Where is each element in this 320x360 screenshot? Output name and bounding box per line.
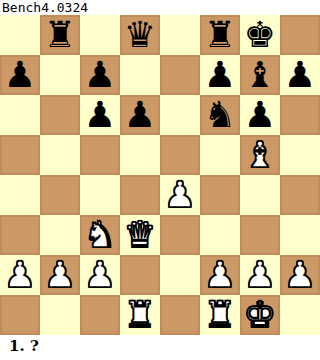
- square-h3[interactable]: [280, 215, 320, 255]
- square-g5[interactable]: ♝: [240, 135, 280, 175]
- piece-black-rook[interactable]: ♜: [44, 15, 76, 55]
- square-a5[interactable]: [0, 135, 40, 175]
- square-f4[interactable]: [200, 175, 240, 215]
- square-d2[interactable]: [120, 255, 160, 295]
- square-g1[interactable]: ♚: [240, 295, 280, 335]
- move-prompt: 1. ?: [0, 335, 320, 360]
- square-c4[interactable]: [80, 175, 120, 215]
- piece-white-pawn[interactable]: ♟: [244, 255, 276, 295]
- piece-black-pawn[interactable]: ♟: [84, 95, 116, 135]
- square-b5[interactable]: [40, 135, 80, 175]
- square-c8[interactable]: [80, 15, 120, 55]
- square-b2[interactable]: ♟: [40, 255, 80, 295]
- square-h7[interactable]: ♟: [280, 55, 320, 95]
- square-c1[interactable]: [80, 295, 120, 335]
- square-e3[interactable]: [160, 215, 200, 255]
- square-d1[interactable]: ♜: [120, 295, 160, 335]
- piece-black-pawn[interactable]: ♟: [284, 55, 316, 95]
- square-e7[interactable]: [160, 55, 200, 95]
- square-g4[interactable]: [240, 175, 280, 215]
- square-g3[interactable]: [240, 215, 280, 255]
- square-b3[interactable]: [40, 215, 80, 255]
- square-c5[interactable]: [80, 135, 120, 175]
- square-f3[interactable]: [200, 215, 240, 255]
- square-a1[interactable]: [0, 295, 40, 335]
- piece-black-knight[interactable]: ♞: [204, 95, 236, 135]
- square-h6[interactable]: [280, 95, 320, 135]
- piece-white-pawn[interactable]: ♟: [284, 255, 316, 295]
- square-a8[interactable]: [0, 15, 40, 55]
- piece-white-bishop[interactable]: ♝: [244, 135, 276, 175]
- square-e5[interactable]: [160, 135, 200, 175]
- chess-app-window: Bench4.0324 ♜♛♜♚♟♟♟♝♟♟♟♞♟♝♟♞♛♟♟♟♟♟♟♜♜♚ 1…: [0, 0, 320, 360]
- square-c2[interactable]: ♟: [80, 255, 120, 295]
- piece-black-pawn[interactable]: ♟: [204, 55, 236, 95]
- piece-white-pawn[interactable]: ♟: [4, 255, 36, 295]
- piece-white-pawn[interactable]: ♟: [44, 255, 76, 295]
- square-d6[interactable]: ♟: [120, 95, 160, 135]
- square-f8[interactable]: ♜: [200, 15, 240, 55]
- square-f1[interactable]: ♜: [200, 295, 240, 335]
- square-h2[interactable]: ♟: [280, 255, 320, 295]
- square-f5[interactable]: [200, 135, 240, 175]
- square-b8[interactable]: ♜: [40, 15, 80, 55]
- square-c3[interactable]: ♞: [80, 215, 120, 255]
- square-a2[interactable]: ♟: [0, 255, 40, 295]
- piece-white-pawn[interactable]: ♟: [164, 175, 196, 215]
- square-b1[interactable]: [40, 295, 80, 335]
- chess-board: ♜♛♜♚♟♟♟♝♟♟♟♞♟♝♟♞♛♟♟♟♟♟♟♜♜♚: [0, 15, 320, 335]
- square-f7[interactable]: ♟: [200, 55, 240, 95]
- square-c6[interactable]: ♟: [80, 95, 120, 135]
- square-d4[interactable]: [120, 175, 160, 215]
- square-h5[interactable]: [280, 135, 320, 175]
- piece-white-rook[interactable]: ♜: [124, 295, 156, 335]
- piece-black-king[interactable]: ♚: [244, 15, 276, 55]
- window-title: Bench4.0324: [0, 0, 320, 15]
- piece-black-bishop[interactable]: ♝: [244, 55, 276, 95]
- square-e4[interactable]: ♟: [160, 175, 200, 215]
- piece-white-knight[interactable]: ♞: [84, 215, 116, 255]
- square-c7[interactable]: ♟: [80, 55, 120, 95]
- square-f6[interactable]: ♞: [200, 95, 240, 135]
- square-e1[interactable]: [160, 295, 200, 335]
- square-g7[interactable]: ♝: [240, 55, 280, 95]
- square-d8[interactable]: ♛: [120, 15, 160, 55]
- square-a3[interactable]: [0, 215, 40, 255]
- square-g8[interactable]: ♚: [240, 15, 280, 55]
- square-d3[interactable]: ♛: [120, 215, 160, 255]
- piece-white-queen[interactable]: ♛: [124, 215, 156, 255]
- piece-black-pawn[interactable]: ♟: [124, 95, 156, 135]
- square-h1[interactable]: [280, 295, 320, 335]
- square-a6[interactable]: [0, 95, 40, 135]
- piece-black-rook[interactable]: ♜: [204, 15, 236, 55]
- piece-black-pawn[interactable]: ♟: [4, 55, 36, 95]
- square-e8[interactable]: [160, 15, 200, 55]
- square-e6[interactable]: [160, 95, 200, 135]
- square-g2[interactable]: ♟: [240, 255, 280, 295]
- piece-black-pawn[interactable]: ♟: [84, 55, 116, 95]
- square-b6[interactable]: [40, 95, 80, 135]
- square-h4[interactable]: [280, 175, 320, 215]
- square-a7[interactable]: ♟: [0, 55, 40, 95]
- square-b7[interactable]: [40, 55, 80, 95]
- square-d5[interactable]: [120, 135, 160, 175]
- piece-white-pawn[interactable]: ♟: [84, 255, 116, 295]
- square-b4[interactable]: [40, 175, 80, 215]
- square-h8[interactable]: [280, 15, 320, 55]
- square-d7[interactable]: [120, 55, 160, 95]
- square-e2[interactable]: [160, 255, 200, 295]
- square-a4[interactable]: [0, 175, 40, 215]
- square-f2[interactable]: ♟: [200, 255, 240, 295]
- piece-white-king[interactable]: ♚: [244, 295, 276, 335]
- piece-white-pawn[interactable]: ♟: [204, 255, 236, 295]
- square-g6[interactable]: ♟: [240, 95, 280, 135]
- piece-black-pawn[interactable]: ♟: [244, 95, 276, 135]
- piece-white-rook[interactable]: ♜: [204, 295, 236, 335]
- piece-black-queen[interactable]: ♛: [124, 15, 156, 55]
